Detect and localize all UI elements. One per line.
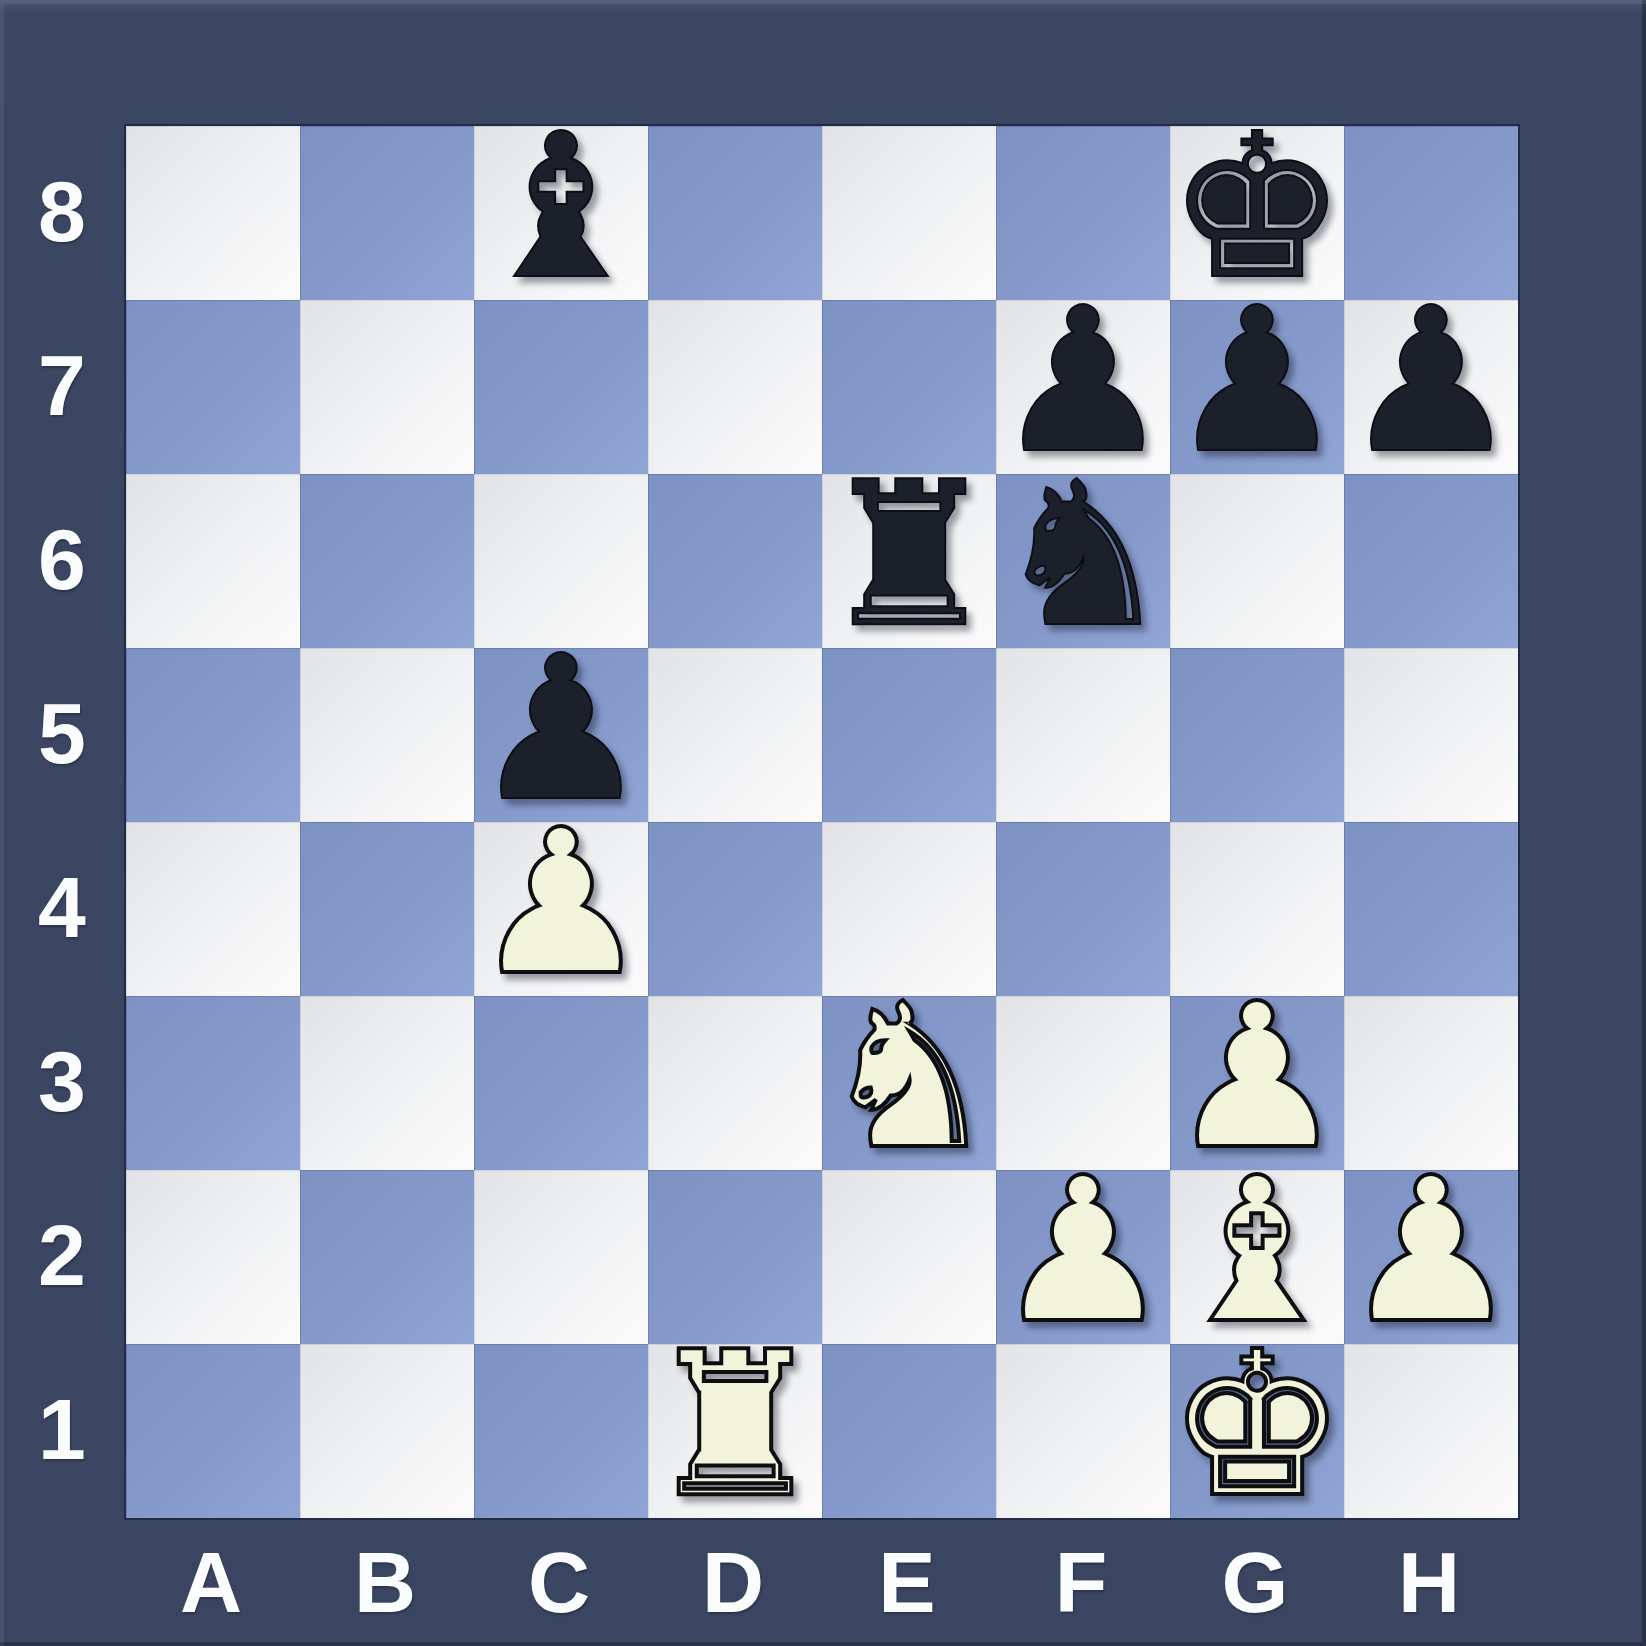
rank-label-4: 4: [0, 820, 124, 994]
file-label-d: D: [646, 1518, 820, 1646]
square-a2[interactable]: [126, 1170, 300, 1344]
square-e4[interactable]: [822, 822, 996, 996]
square-d7[interactable]: [648, 300, 822, 474]
square-e3[interactable]: ♞: [822, 996, 996, 1170]
file-label-b: B: [298, 1518, 472, 1646]
square-f7[interactable]: ♟: [996, 300, 1170, 474]
square-d2[interactable]: [648, 1170, 822, 1344]
rank-label-2: 2: [0, 1168, 124, 1342]
white-pawn-piece: ♟: [993, 1161, 1172, 1341]
square-c6[interactable]: [474, 474, 648, 648]
rank-label-6: 6: [0, 472, 124, 646]
square-f1[interactable]: [996, 1344, 1170, 1518]
square-h2[interactable]: ♟: [1344, 1170, 1518, 1344]
rank-labels: 87654321: [0, 124, 124, 1516]
square-g7[interactable]: ♟: [1170, 300, 1344, 474]
black-pawn-piece: ♟: [1341, 291, 1520, 471]
square-c4[interactable]: ♟: [474, 822, 648, 996]
square-h3[interactable]: [1344, 996, 1518, 1170]
square-b6[interactable]: [300, 474, 474, 648]
file-label-h: H: [1342, 1518, 1516, 1646]
square-b7[interactable]: [300, 300, 474, 474]
square-e5[interactable]: [822, 648, 996, 822]
square-a7[interactable]: [126, 300, 300, 474]
square-f4[interactable]: [996, 822, 1170, 996]
square-b5[interactable]: [300, 648, 474, 822]
square-g6[interactable]: [1170, 474, 1344, 648]
square-e6[interactable]: ♜: [822, 474, 996, 648]
rank-label-5: 5: [0, 646, 124, 820]
square-a4[interactable]: [126, 822, 300, 996]
square-d3[interactable]: [648, 996, 822, 1170]
square-g8[interactable]: ♚: [1170, 126, 1344, 300]
square-a3[interactable]: [126, 996, 300, 1170]
square-b3[interactable]: [300, 996, 474, 1170]
square-g4[interactable]: [1170, 822, 1344, 996]
square-h5[interactable]: [1344, 648, 1518, 822]
file-label-a: A: [124, 1518, 298, 1646]
square-g2[interactable]: ♝: [1170, 1170, 1344, 1344]
square-h7[interactable]: ♟: [1344, 300, 1518, 474]
file-label-c: C: [472, 1518, 646, 1646]
file-labels: ABCDEFGH: [124, 1518, 1516, 1646]
square-a1[interactable]: [126, 1344, 300, 1518]
square-b1[interactable]: [300, 1344, 474, 1518]
square-h8[interactable]: [1344, 126, 1518, 300]
black-pawn-piece: ♟: [993, 291, 1172, 471]
black-king-piece: ♚: [1167, 117, 1346, 297]
chess-diagram: 87654321 ♝♚♟♟♟♜♞♟♟♞♟♟♝♟♜♚ ABCDEFGH: [0, 0, 1646, 1646]
square-f6[interactable]: ♞: [996, 474, 1170, 648]
black-bishop-piece: ♝: [471, 117, 650, 297]
white-rook-piece: ♜: [645, 1335, 824, 1515]
white-pawn-piece: ♟: [471, 813, 650, 993]
square-c2[interactable]: [474, 1170, 648, 1344]
square-d8[interactable]: [648, 126, 822, 300]
square-c7[interactable]: [474, 300, 648, 474]
white-pawn-piece: ♟: [1341, 1161, 1520, 1341]
white-knight-piece: ♞: [819, 987, 998, 1167]
square-f2[interactable]: ♟: [996, 1170, 1170, 1344]
square-a6[interactable]: [126, 474, 300, 648]
square-c1[interactable]: [474, 1344, 648, 1518]
square-d6[interactable]: [648, 474, 822, 648]
square-d4[interactable]: [648, 822, 822, 996]
square-g3[interactable]: ♟: [1170, 996, 1344, 1170]
square-g1[interactable]: ♚: [1170, 1344, 1344, 1518]
black-pawn-piece: ♟: [471, 639, 650, 819]
square-c5[interactable]: ♟: [474, 648, 648, 822]
white-king-piece: ♚: [1167, 1335, 1346, 1515]
square-b2[interactable]: [300, 1170, 474, 1344]
rank-label-8: 8: [0, 124, 124, 298]
file-label-g: G: [1168, 1518, 1342, 1646]
square-h6[interactable]: [1344, 474, 1518, 648]
square-a5[interactable]: [126, 648, 300, 822]
square-b4[interactable]: [300, 822, 474, 996]
black-rook-piece: ♜: [819, 465, 998, 645]
chess-board: ♝♚♟♟♟♜♞♟♟♞♟♟♝♟♜♚: [124, 124, 1520, 1520]
square-h4[interactable]: [1344, 822, 1518, 996]
rank-label-7: 7: [0, 298, 124, 472]
square-b8[interactable]: [300, 126, 474, 300]
square-e8[interactable]: [822, 126, 996, 300]
square-f3[interactable]: [996, 996, 1170, 1170]
square-d5[interactable]: [648, 648, 822, 822]
square-h1[interactable]: [1344, 1344, 1518, 1518]
file-label-e: E: [820, 1518, 994, 1646]
square-c8[interactable]: ♝: [474, 126, 648, 300]
square-g5[interactable]: [1170, 648, 1344, 822]
square-a8[interactable]: [126, 126, 300, 300]
rank-label-3: 3: [0, 994, 124, 1168]
square-e2[interactable]: [822, 1170, 996, 1344]
rank-label-1: 1: [0, 1342, 124, 1516]
square-f8[interactable]: [996, 126, 1170, 300]
file-label-f: F: [994, 1518, 1168, 1646]
white-bishop-piece: ♝: [1167, 1161, 1346, 1341]
square-e7[interactable]: [822, 300, 996, 474]
white-pawn-piece: ♟: [1167, 987, 1346, 1167]
square-d1[interactable]: ♜: [648, 1344, 822, 1518]
black-pawn-piece: ♟: [1167, 291, 1346, 471]
square-f5[interactable]: [996, 648, 1170, 822]
square-e1[interactable]: [822, 1344, 996, 1518]
square-c3[interactable]: [474, 996, 648, 1170]
black-knight-piece: ♞: [993, 465, 1172, 645]
